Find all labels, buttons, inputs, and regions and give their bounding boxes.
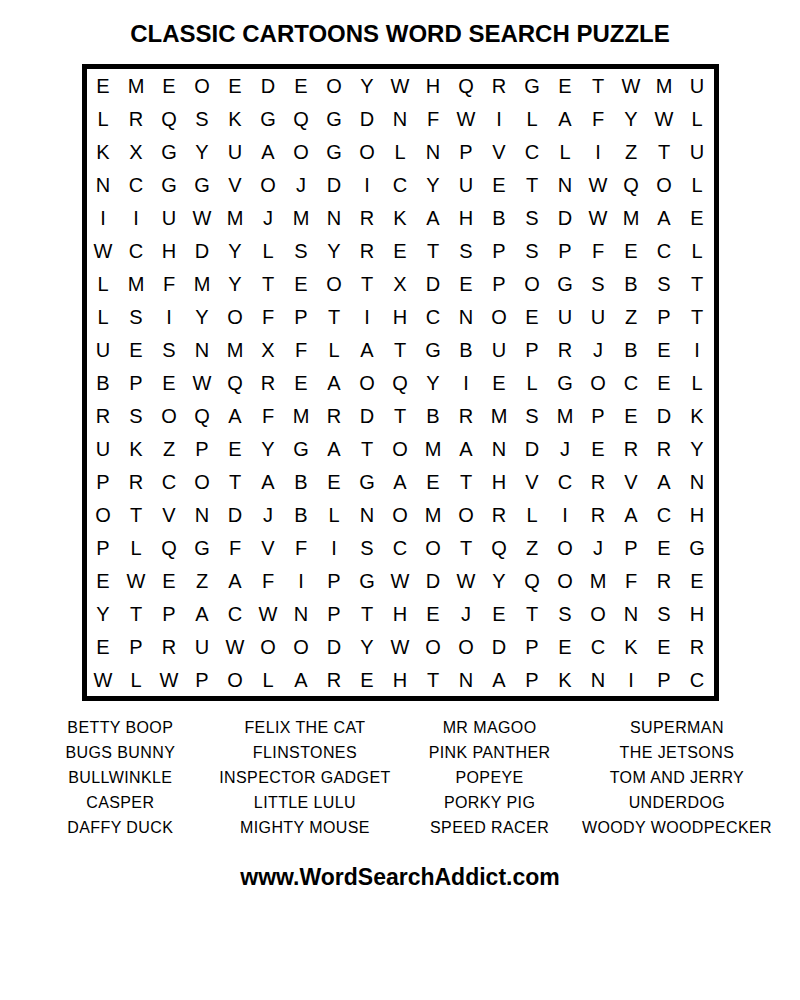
grid-cell-r2c5: K bbox=[219, 102, 252, 135]
grid-cell-r3c7: O bbox=[285, 135, 318, 168]
grid-cell-r16c19: E bbox=[681, 564, 714, 597]
grid-cell-r10c9: O bbox=[351, 366, 384, 399]
grid-cell-r15c12: T bbox=[450, 531, 483, 564]
grid-cell-r2c3: Q bbox=[153, 102, 186, 135]
grid-cell-r1c5: E bbox=[219, 69, 252, 102]
grid-cell-r15c11: O bbox=[417, 531, 450, 564]
grid-cell-r14c16: R bbox=[582, 498, 615, 531]
word-list-item-mr-magoo: MR MAGOO bbox=[397, 715, 582, 740]
grid-cell-r14c13: R bbox=[483, 498, 516, 531]
grid-cell-r4c11: Y bbox=[417, 168, 450, 201]
grid-cell-r2c7: Q bbox=[285, 102, 318, 135]
grid-cell-r13c2: R bbox=[120, 465, 153, 498]
word-list-item-underdog: UNDERDOG bbox=[582, 790, 772, 815]
grid-cell-r14c18: C bbox=[648, 498, 681, 531]
grid-cell-r17c1: Y bbox=[87, 597, 120, 630]
grid-cell-r3c10: L bbox=[384, 135, 417, 168]
word-list-item-tom-and-jerry: TOM AND JERRY bbox=[582, 765, 772, 790]
grid-cell-r5c4: W bbox=[186, 201, 219, 234]
grid-cell-r10c19: L bbox=[681, 366, 714, 399]
grid-cell-r6c13: P bbox=[483, 234, 516, 267]
grid-cell-r12c6: Y bbox=[252, 432, 285, 465]
grid-cell-r7c8: O bbox=[318, 267, 351, 300]
grid-cell-r14c1: O bbox=[87, 498, 120, 531]
grid-cell-r16c18: R bbox=[648, 564, 681, 597]
grid-cell-r11c10: T bbox=[384, 399, 417, 432]
grid-cell-r8c6: F bbox=[252, 300, 285, 333]
grid-cell-r16c4: Z bbox=[186, 564, 219, 597]
grid-cell-r9c6: X bbox=[252, 333, 285, 366]
grid-cell-r12c8: A bbox=[318, 432, 351, 465]
grid-cell-r10c17: C bbox=[615, 366, 648, 399]
grid-cell-r15c10: C bbox=[384, 531, 417, 564]
grid-cell-r16c14: Q bbox=[516, 564, 549, 597]
grid-cell-r15c5: F bbox=[219, 531, 252, 564]
grid-cell-r5c11: A bbox=[417, 201, 450, 234]
grid-cell-r6c17: E bbox=[615, 234, 648, 267]
grid-cell-r4c16: W bbox=[582, 168, 615, 201]
word-list: BETTY BOOPBUGS BUNNYBULLWINKLECASPERDAFF… bbox=[28, 715, 772, 840]
grid-cell-r6c3: H bbox=[153, 234, 186, 267]
grid-cell-r8c3: I bbox=[153, 300, 186, 333]
grid-cell-r18c19: R bbox=[681, 630, 714, 663]
grid-cell-r15c14: Z bbox=[516, 531, 549, 564]
grid-cell-r18c15: E bbox=[549, 630, 582, 663]
grid-cell-r4c3: G bbox=[153, 168, 186, 201]
grid-cell-r4c1: N bbox=[87, 168, 120, 201]
grid-cell-r16c1: E bbox=[87, 564, 120, 597]
grid-cell-r14c8: L bbox=[318, 498, 351, 531]
grid-cell-r5c3: U bbox=[153, 201, 186, 234]
grid-cell-r13c1: P bbox=[87, 465, 120, 498]
grid-cell-r11c12: R bbox=[450, 399, 483, 432]
puzzle-page: CLASSIC CARTOONS WORD SEARCH PUZZLE EMEO… bbox=[0, 0, 800, 1000]
grid-cell-r2c9: D bbox=[351, 102, 384, 135]
grid-cell-r5c13: B bbox=[483, 201, 516, 234]
grid-cell-r1c19: U bbox=[681, 69, 714, 102]
grid-cell-r10c15: G bbox=[549, 366, 582, 399]
grid-cell-r1c6: D bbox=[252, 69, 285, 102]
grid-cell-r19c6: L bbox=[252, 663, 285, 696]
grid-cell-r10c11: Y bbox=[417, 366, 450, 399]
grid-cell-r6c12: S bbox=[450, 234, 483, 267]
word-list-item-bugs-bunny: BUGS BUNNY bbox=[28, 740, 213, 765]
grid-cell-r9c19: I bbox=[681, 333, 714, 366]
grid-cell-r5c10: K bbox=[384, 201, 417, 234]
grid-cell-r7c19: T bbox=[681, 267, 714, 300]
word-list-item-pink-panther: PINK PANTHER bbox=[397, 740, 582, 765]
grid-cell-r17c4: A bbox=[186, 597, 219, 630]
grid-cell-r9c11: G bbox=[417, 333, 450, 366]
grid-cell-r7c10: X bbox=[384, 267, 417, 300]
grid-cell-r19c1: W bbox=[87, 663, 120, 696]
grid-cell-r12c10: O bbox=[384, 432, 417, 465]
grid-cell-r18c8: D bbox=[318, 630, 351, 663]
grid-cell-r10c5: Q bbox=[219, 366, 252, 399]
grid-cell-r4c8: D bbox=[318, 168, 351, 201]
grid-cell-r8c1: L bbox=[87, 300, 120, 333]
grid-cell-r8c4: Y bbox=[186, 300, 219, 333]
grid-cell-r2c13: I bbox=[483, 102, 516, 135]
grid-cell-r15c9: S bbox=[351, 531, 384, 564]
grid-cell-r2c18: W bbox=[648, 102, 681, 135]
grid-cell-r19c8: R bbox=[318, 663, 351, 696]
grid-cell-r8c2: S bbox=[120, 300, 153, 333]
grid-cell-r17c5: C bbox=[219, 597, 252, 630]
grid-cell-r9c12: B bbox=[450, 333, 483, 366]
grid-cell-r17c13: E bbox=[483, 597, 516, 630]
grid-cell-r15c4: G bbox=[186, 531, 219, 564]
grid-cell-r10c18: E bbox=[648, 366, 681, 399]
grid-cell-r5c15: D bbox=[549, 201, 582, 234]
grid-cell-r18c4: U bbox=[186, 630, 219, 663]
grid-cell-r9c13: U bbox=[483, 333, 516, 366]
grid-cell-r1c3: E bbox=[153, 69, 186, 102]
grid-cell-r2c19: L bbox=[681, 102, 714, 135]
grid-cell-r11c14: S bbox=[516, 399, 549, 432]
grid-cell-r14c19: H bbox=[681, 498, 714, 531]
grid-cell-r8c9: I bbox=[351, 300, 384, 333]
grid-cell-r11c15: M bbox=[549, 399, 582, 432]
word-list-item-porky-pig: PORKY PIG bbox=[397, 790, 582, 815]
grid-cell-r12c17: R bbox=[615, 432, 648, 465]
grid-cell-r7c9: T bbox=[351, 267, 384, 300]
grid-cell-r5c7: M bbox=[285, 201, 318, 234]
grid-cell-r6c16: F bbox=[582, 234, 615, 267]
grid-cell-r17c16: O bbox=[582, 597, 615, 630]
grid-cell-r18c7: O bbox=[285, 630, 318, 663]
grid-cell-r3c4: Y bbox=[186, 135, 219, 168]
grid-cell-r17c8: P bbox=[318, 597, 351, 630]
grid-cell-r1c1: E bbox=[87, 69, 120, 102]
grid-cell-r9c9: A bbox=[351, 333, 384, 366]
grid-cell-r6c5: Y bbox=[219, 234, 252, 267]
grid-cell-r9c10: T bbox=[384, 333, 417, 366]
grid-cell-r1c7: E bbox=[285, 69, 318, 102]
grid-cell-r10c13: E bbox=[483, 366, 516, 399]
grid-cell-r3c2: X bbox=[120, 135, 153, 168]
grid-cell-r12c11: M bbox=[417, 432, 450, 465]
grid-cell-r10c3: E bbox=[153, 366, 186, 399]
grid-cell-r4c9: I bbox=[351, 168, 384, 201]
grid-cell-r11c16: P bbox=[582, 399, 615, 432]
grid-cell-r14c4: N bbox=[186, 498, 219, 531]
grid-cell-r3c16: I bbox=[582, 135, 615, 168]
grid-cell-r10c7: E bbox=[285, 366, 318, 399]
grid-cell-r10c6: R bbox=[252, 366, 285, 399]
grid-cell-r14c15: I bbox=[549, 498, 582, 531]
grid-cell-r17c7: N bbox=[285, 597, 318, 630]
grid-cell-r14c2: T bbox=[120, 498, 153, 531]
grid-cell-r18c9: Y bbox=[351, 630, 384, 663]
grid-cell-r7c12: E bbox=[450, 267, 483, 300]
grid-cell-r14c17: A bbox=[615, 498, 648, 531]
grid-cell-r4c17: Q bbox=[615, 168, 648, 201]
grid-cell-r11c2: S bbox=[120, 399, 153, 432]
grid-cell-r14c14: L bbox=[516, 498, 549, 531]
grid-cell-r17c14: T bbox=[516, 597, 549, 630]
grid-cell-r7c3: F bbox=[153, 267, 186, 300]
grid-cell-r19c16: N bbox=[582, 663, 615, 696]
grid-cell-r13c7: B bbox=[285, 465, 318, 498]
grid-cell-r10c2: P bbox=[120, 366, 153, 399]
grid-cell-r4c13: E bbox=[483, 168, 516, 201]
grid-cell-r1c4: O bbox=[186, 69, 219, 102]
grid-cell-r19c3: W bbox=[153, 663, 186, 696]
grid-cell-r17c2: T bbox=[120, 597, 153, 630]
word-list-item-inspector-gadget: INSPECTOR GADGET bbox=[213, 765, 398, 790]
grid-cell-r8c11: C bbox=[417, 300, 450, 333]
grid-cell-r19c2: L bbox=[120, 663, 153, 696]
grid-cell-r5c2: I bbox=[120, 201, 153, 234]
grid-cell-r5c12: H bbox=[450, 201, 483, 234]
word-list-item-bullwinkle: BULLWINKLE bbox=[28, 765, 213, 790]
grid-cell-r9c4: N bbox=[186, 333, 219, 366]
grid-cell-r13c5: T bbox=[219, 465, 252, 498]
grid-cell-r9c7: F bbox=[285, 333, 318, 366]
grid-cell-r19c5: O bbox=[219, 663, 252, 696]
grid-cell-r3c1: K bbox=[87, 135, 120, 168]
grid-cell-r17c10: H bbox=[384, 597, 417, 630]
grid-cell-r8c7: P bbox=[285, 300, 318, 333]
grid-cell-r9c3: S bbox=[153, 333, 186, 366]
grid-cell-r12c13: N bbox=[483, 432, 516, 465]
grid-cell-r13c12: T bbox=[450, 465, 483, 498]
grid-cell-r1c8: O bbox=[318, 69, 351, 102]
grid-cell-r7c13: P bbox=[483, 267, 516, 300]
grid-cell-r13c3: C bbox=[153, 465, 186, 498]
grid-cell-r5c5: M bbox=[219, 201, 252, 234]
grid-cell-r15c1: P bbox=[87, 531, 120, 564]
grid-cell-r2c10: N bbox=[384, 102, 417, 135]
grid-cell-r12c9: T bbox=[351, 432, 384, 465]
grid-cell-r2c11: F bbox=[417, 102, 450, 135]
grid-cell-r13c15: C bbox=[549, 465, 582, 498]
grid-cell-r4c15: N bbox=[549, 168, 582, 201]
grid-cell-r7c11: D bbox=[417, 267, 450, 300]
grid-cell-r6c2: C bbox=[120, 234, 153, 267]
grid-cell-r9c8: L bbox=[318, 333, 351, 366]
grid-cell-r17c11: E bbox=[417, 597, 450, 630]
grid-cell-r6c11: T bbox=[417, 234, 450, 267]
grid-cell-r4c19: L bbox=[681, 168, 714, 201]
grid-cell-r14c5: D bbox=[219, 498, 252, 531]
grid-cell-r16c16: M bbox=[582, 564, 615, 597]
grid-cell-r15c13: Q bbox=[483, 531, 516, 564]
grid-cell-r16c5: A bbox=[219, 564, 252, 597]
word-list-item-flinstones: FLINSTONES bbox=[213, 740, 398, 765]
grid-cell-r1c15: E bbox=[549, 69, 582, 102]
grid-cell-r6c4: D bbox=[186, 234, 219, 267]
grid-cell-r17c15: S bbox=[549, 597, 582, 630]
word-list-item-felix-the-cat: FELIX THE CAT bbox=[213, 715, 398, 740]
grid-cell-r2c6: G bbox=[252, 102, 285, 135]
grid-cell-r1c2: M bbox=[120, 69, 153, 102]
grid-cell-r3c8: G bbox=[318, 135, 351, 168]
grid-cell-r2c12: W bbox=[450, 102, 483, 135]
grid-cell-r1c9: Y bbox=[351, 69, 384, 102]
grid-cell-r6c1: W bbox=[87, 234, 120, 267]
website-url: www.WordSearchAddict.com bbox=[0, 864, 800, 891]
grid-cell-r13c4: O bbox=[186, 465, 219, 498]
grid-cell-r6c10: E bbox=[384, 234, 417, 267]
grid-cell-r13c19: N bbox=[681, 465, 714, 498]
grid-cell-r5c19: E bbox=[681, 201, 714, 234]
grid-cell-r13c11: E bbox=[417, 465, 450, 498]
grid-cell-r19c4: P bbox=[186, 663, 219, 696]
grid-cell-r2c8: G bbox=[318, 102, 351, 135]
grid-cell-r3c14: C bbox=[516, 135, 549, 168]
grid-cell-r4c5: V bbox=[219, 168, 252, 201]
grid-cell-r11c6: F bbox=[252, 399, 285, 432]
grid-cell-r9c17: B bbox=[615, 333, 648, 366]
grid-cell-r6c8: Y bbox=[318, 234, 351, 267]
grid-cell-r7c5: Y bbox=[219, 267, 252, 300]
grid-cell-r1c16: T bbox=[582, 69, 615, 102]
grid-cell-r13c6: A bbox=[252, 465, 285, 498]
grid-cell-r5c17: M bbox=[615, 201, 648, 234]
grid-cell-r4c12: U bbox=[450, 168, 483, 201]
grid-cell-r15c3: Q bbox=[153, 531, 186, 564]
grid-cell-r14c9: N bbox=[351, 498, 384, 531]
grid-cell-r5c14: S bbox=[516, 201, 549, 234]
grid-cell-r9c18: E bbox=[648, 333, 681, 366]
grid-cell-r16c10: W bbox=[384, 564, 417, 597]
grid-cell-r11c13: M bbox=[483, 399, 516, 432]
grid-cell-r17c17: N bbox=[615, 597, 648, 630]
grid-cell-r5c18: A bbox=[648, 201, 681, 234]
word-list-item-casper: CASPER bbox=[28, 790, 213, 815]
grid-cell-r7c16: S bbox=[582, 267, 615, 300]
grid-cell-r13c17: V bbox=[615, 465, 648, 498]
grid-cell-r11c5: A bbox=[219, 399, 252, 432]
word-list-item-popeye: POPEYE bbox=[397, 765, 582, 790]
grid-cell-r19c14: P bbox=[516, 663, 549, 696]
grid-cell-r4c18: O bbox=[648, 168, 681, 201]
grid-cell-r11c3: O bbox=[153, 399, 186, 432]
grid-cell-r1c14: G bbox=[516, 69, 549, 102]
grid-cell-r12c5: E bbox=[219, 432, 252, 465]
grid-cell-r12c12: A bbox=[450, 432, 483, 465]
grid-cell-r11c19: K bbox=[681, 399, 714, 432]
grid-cell-r3c13: V bbox=[483, 135, 516, 168]
grid-cell-r9c1: U bbox=[87, 333, 120, 366]
grid-cell-r4c6: O bbox=[252, 168, 285, 201]
grid-cell-r13c8: E bbox=[318, 465, 351, 498]
grid-cell-r19c9: E bbox=[351, 663, 384, 696]
grid-cell-r6c19: L bbox=[681, 234, 714, 267]
grid-cell-r2c17: Y bbox=[615, 102, 648, 135]
grid-cell-r19c18: P bbox=[648, 663, 681, 696]
grid-cell-r1c12: Q bbox=[450, 69, 483, 102]
grid-cell-r5c6: J bbox=[252, 201, 285, 234]
grid-cell-r11c4: Q bbox=[186, 399, 219, 432]
grid-cell-r16c15: O bbox=[549, 564, 582, 597]
grid-cell-r12c18: R bbox=[648, 432, 681, 465]
grid-cell-r16c12: W bbox=[450, 564, 483, 597]
grid-cell-r15c18: E bbox=[648, 531, 681, 564]
grid-cell-r16c7: I bbox=[285, 564, 318, 597]
grid-cell-r11c18: D bbox=[648, 399, 681, 432]
grid-cell-r14c10: O bbox=[384, 498, 417, 531]
grid-cell-r6c14: S bbox=[516, 234, 549, 267]
grid-cell-r15c6: V bbox=[252, 531, 285, 564]
grid-cell-r12c4: P bbox=[186, 432, 219, 465]
grid-cell-r9c2: E bbox=[120, 333, 153, 366]
grid-cell-r4c7: J bbox=[285, 168, 318, 201]
grid-cell-r1c18: M bbox=[648, 69, 681, 102]
grid-cell-r16c9: G bbox=[351, 564, 384, 597]
grid-cell-r12c7: G bbox=[285, 432, 318, 465]
grid-cell-r16c8: P bbox=[318, 564, 351, 597]
grid-cell-r19c7: A bbox=[285, 663, 318, 696]
grid-cell-r8c10: H bbox=[384, 300, 417, 333]
grid-cell-r11c17: E bbox=[615, 399, 648, 432]
grid-cell-r11c1: R bbox=[87, 399, 120, 432]
grid-cell-r8c14: E bbox=[516, 300, 549, 333]
grid-cell-r6c7: S bbox=[285, 234, 318, 267]
grid-cell-r4c10: C bbox=[384, 168, 417, 201]
grid-cell-r18c3: R bbox=[153, 630, 186, 663]
grid-cell-r13c9: G bbox=[351, 465, 384, 498]
grid-cell-r3c17: Z bbox=[615, 135, 648, 168]
grid-cell-r10c14: L bbox=[516, 366, 549, 399]
grid-cell-r18c1: E bbox=[87, 630, 120, 663]
grid-cell-r7c1: L bbox=[87, 267, 120, 300]
grid-cell-r5c9: R bbox=[351, 201, 384, 234]
word-list-item-mighty-mouse: MIGHTY MOUSE bbox=[213, 815, 398, 840]
grid-cell-r11c9: D bbox=[351, 399, 384, 432]
grid-cell-r7c18: S bbox=[648, 267, 681, 300]
grid-cell-r19c12: N bbox=[450, 663, 483, 696]
word-search-grid: EMEOEDEOYWHQRGETWMULRQSKGQGDNFWILAFYWLKX… bbox=[82, 64, 719, 701]
word-list-item-superman: SUPERMAN bbox=[582, 715, 772, 740]
word-list-item-little-lulu: LITTLE LULU bbox=[213, 790, 398, 815]
grid-cell-r1c11: H bbox=[417, 69, 450, 102]
grid-cell-r2c15: A bbox=[549, 102, 582, 135]
grid-cell-r8c8: T bbox=[318, 300, 351, 333]
grid-cell-r17c3: P bbox=[153, 597, 186, 630]
grid-cell-r12c2: K bbox=[120, 432, 153, 465]
grid-cell-r1c10: W bbox=[384, 69, 417, 102]
word-list-item-daffy-duck: DAFFY DUCK bbox=[28, 815, 213, 840]
grid-cell-r16c13: Y bbox=[483, 564, 516, 597]
grid-cell-r2c16: F bbox=[582, 102, 615, 135]
grid-cell-r3c11: N bbox=[417, 135, 450, 168]
grid-cell-r16c2: W bbox=[120, 564, 153, 597]
grid-cell-r13c16: R bbox=[582, 465, 615, 498]
grid-cell-r10c10: Q bbox=[384, 366, 417, 399]
grid-cell-r3c15: L bbox=[549, 135, 582, 168]
word-list-item-the-jetsons: THE JETSONS bbox=[582, 740, 772, 765]
grid-cell-r8c15: U bbox=[549, 300, 582, 333]
word-list-item-woody-woodpecker: WOODY WOODPECKER bbox=[582, 815, 772, 840]
grid-cell-r15c19: G bbox=[681, 531, 714, 564]
grid-cell-r12c1: U bbox=[87, 432, 120, 465]
grid-cell-r10c16: O bbox=[582, 366, 615, 399]
grid-cell-r7c14: O bbox=[516, 267, 549, 300]
grid-cell-r4c2: C bbox=[120, 168, 153, 201]
grid-cell-r16c6: F bbox=[252, 564, 285, 597]
grid-cell-r7c17: B bbox=[615, 267, 648, 300]
grid-cell-r8c17: Z bbox=[615, 300, 648, 333]
grid-cell-r19c17: I bbox=[615, 663, 648, 696]
grid-cell-r1c17: W bbox=[615, 69, 648, 102]
grid-cell-r1c13: R bbox=[483, 69, 516, 102]
grid-cell-r19c19: C bbox=[681, 663, 714, 696]
grid-cell-r7c15: G bbox=[549, 267, 582, 300]
grid-cell-r12c3: Z bbox=[153, 432, 186, 465]
